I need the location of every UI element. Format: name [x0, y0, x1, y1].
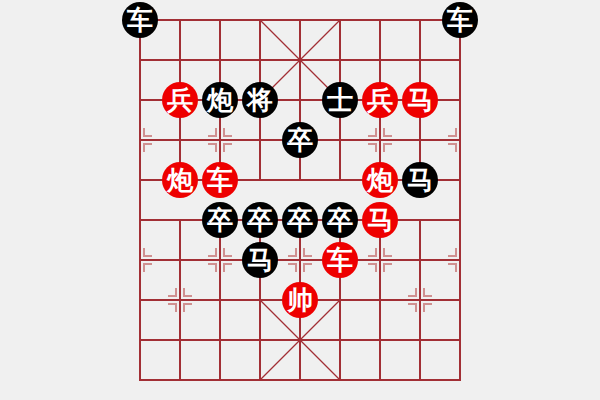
red-horse-piece[interactable]: 马 — [402, 82, 438, 118]
black-chariot-piece[interactable]: 车 — [442, 2, 478, 38]
black-advisor-piece[interactable]: 士 — [322, 82, 358, 118]
black-soldier-piece[interactable]: 卒 — [242, 202, 278, 238]
red-chariot-piece[interactable]: 车 — [322, 242, 358, 278]
black-horse-piece[interactable]: 马 — [402, 162, 438, 198]
red-cannon-piece[interactable]: 炮 — [162, 162, 198, 198]
black-horse-piece[interactable]: 马 — [242, 242, 278, 278]
xiangqi-board: 车车兵炮将士兵马卒炮车炮马卒卒卒卒马马车帅 — [120, 0, 480, 400]
black-cannon-piece[interactable]: 炮 — [202, 82, 238, 118]
black-soldier-piece[interactable]: 卒 — [282, 122, 318, 158]
xiangqi-board-screen: 车车兵炮将士兵马卒炮车炮马卒卒卒卒马马车帅 — [0, 0, 600, 400]
red-soldier-piece[interactable]: 兵 — [162, 82, 198, 118]
red-cannon-piece[interactable]: 炮 — [362, 162, 398, 198]
red-general-piece[interactable]: 帅 — [282, 282, 318, 318]
black-general-piece[interactable]: 将 — [242, 82, 278, 118]
black-soldier-piece[interactable]: 卒 — [322, 202, 358, 238]
red-horse-piece[interactable]: 马 — [362, 202, 398, 238]
black-soldier-piece[interactable]: 卒 — [282, 202, 318, 238]
black-soldier-piece[interactable]: 卒 — [202, 202, 238, 238]
black-chariot-piece[interactable]: 车 — [122, 2, 158, 38]
red-soldier-piece[interactable]: 兵 — [362, 82, 398, 118]
red-chariot-piece[interactable]: 车 — [202, 162, 238, 198]
